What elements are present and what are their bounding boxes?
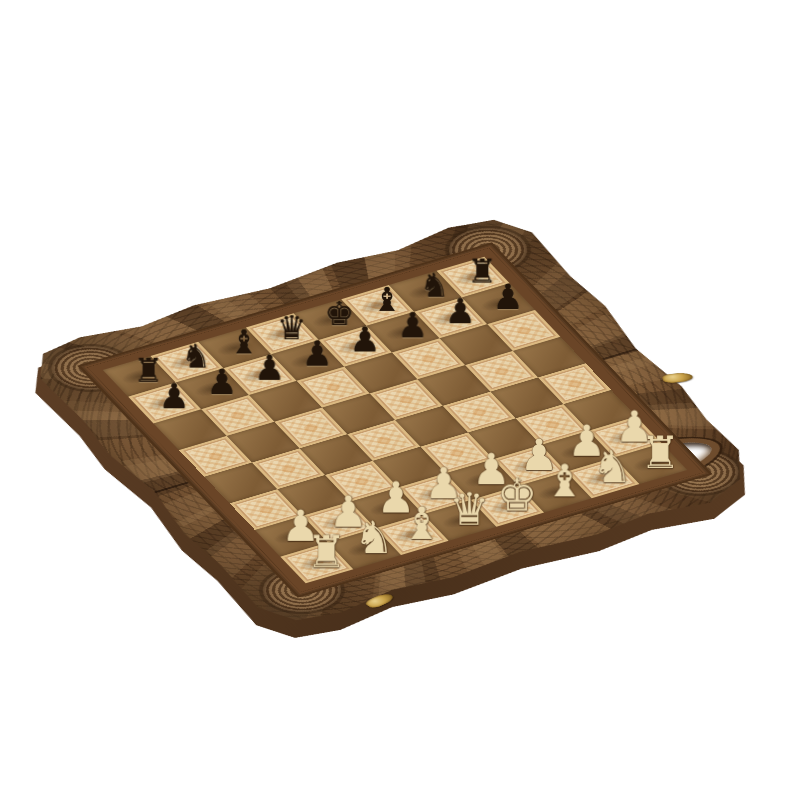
white-bishop-f1[interactable]: ♝ <box>537 461 591 501</box>
chess-case-3d: ♜♞♝♛♚♝♞♜♟♟♟♟♟♟♟♟♟♟♟♟♟♟♟♟♜♞♝♛♚♝♞♜ <box>3 201 787 640</box>
white-knight-g1[interactable]: ♞ <box>585 447 639 487</box>
white-king-e1[interactable]: ♚ <box>490 475 544 515</box>
white-bishop-c1[interactable]: ♝ <box>394 504 448 544</box>
product-photo-stage: ♜♞♝♛♚♝♞♜♟♟♟♟♟♟♟♟♟♟♟♟♟♟♟♟♜♞♝♛♚♝♞♜ <box>0 0 800 800</box>
carved-case-border <box>3 201 787 640</box>
white-knight-b1[interactable]: ♞ <box>347 518 401 558</box>
white-queen-d1[interactable]: ♛ <box>442 490 496 530</box>
white-rook-h1[interactable]: ♜ <box>633 433 687 473</box>
white-rook-a1[interactable]: ♜ <box>299 532 353 572</box>
